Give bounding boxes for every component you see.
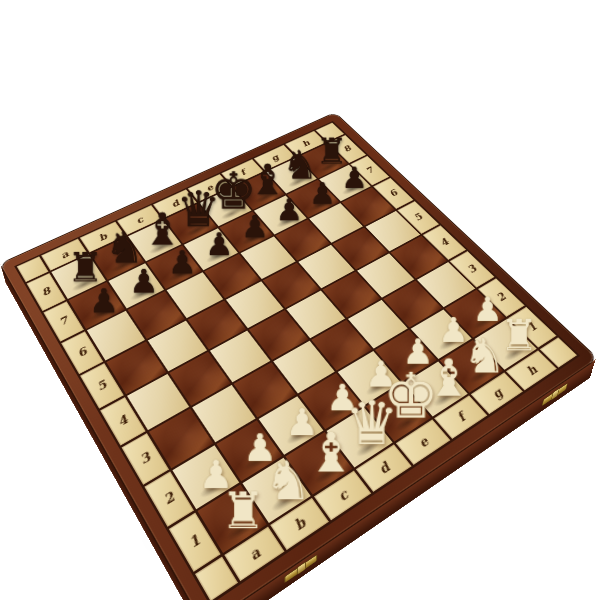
piece-white-pawn[interactable]: ♟ [473,293,503,327]
piece-black-pawn[interactable]: ♟ [129,265,158,298]
square-c4[interactable] [210,331,270,383]
piece-black-pawn[interactable]: ♟ [309,179,336,209]
board-grid: abcdefgh8♜♞♝♛♚♝♞♜87♟♟♟♟♟♟♟♟7665544332♟♟♟… [14,121,580,600]
piece-black-pawn[interactable]: ♟ [241,211,269,242]
scene: abcdefgh8♜♞♝♛♚♝♞♜87♟♟♟♟♟♟♟♟7665544332♟♟♟… [0,0,600,600]
photo-background: abcdefgh8♜♞♝♛♚♝♞♜87♟♟♟♟♟♟♟♟7665544332♟♟♟… [0,0,600,600]
piece-black-pawn[interactable]: ♟ [205,229,233,260]
piece-white-bishop[interactable]: ♝ [307,425,356,480]
chess-board: abcdefgh8♜♞♝♛♚♝♞♜87♟♟♟♟♟♟♟♟7665544332♟♟♟… [0,113,597,600]
piece-black-pawn[interactable]: ♟ [276,195,303,225]
board-frame: abcdefgh8♜♞♝♛♚♝♞♜87♟♟♟♟♟♟♟♟7665544332♟♟♟… [0,113,597,600]
piece-black-pawn[interactable]: ♟ [341,163,367,192]
piece-black-pawn[interactable]: ♟ [89,285,119,318]
piece-white-knight[interactable]: ♞ [264,454,312,508]
piece-white-rook[interactable]: ♜ [221,487,266,537]
piece-black-pawn[interactable]: ♟ [168,247,197,279]
